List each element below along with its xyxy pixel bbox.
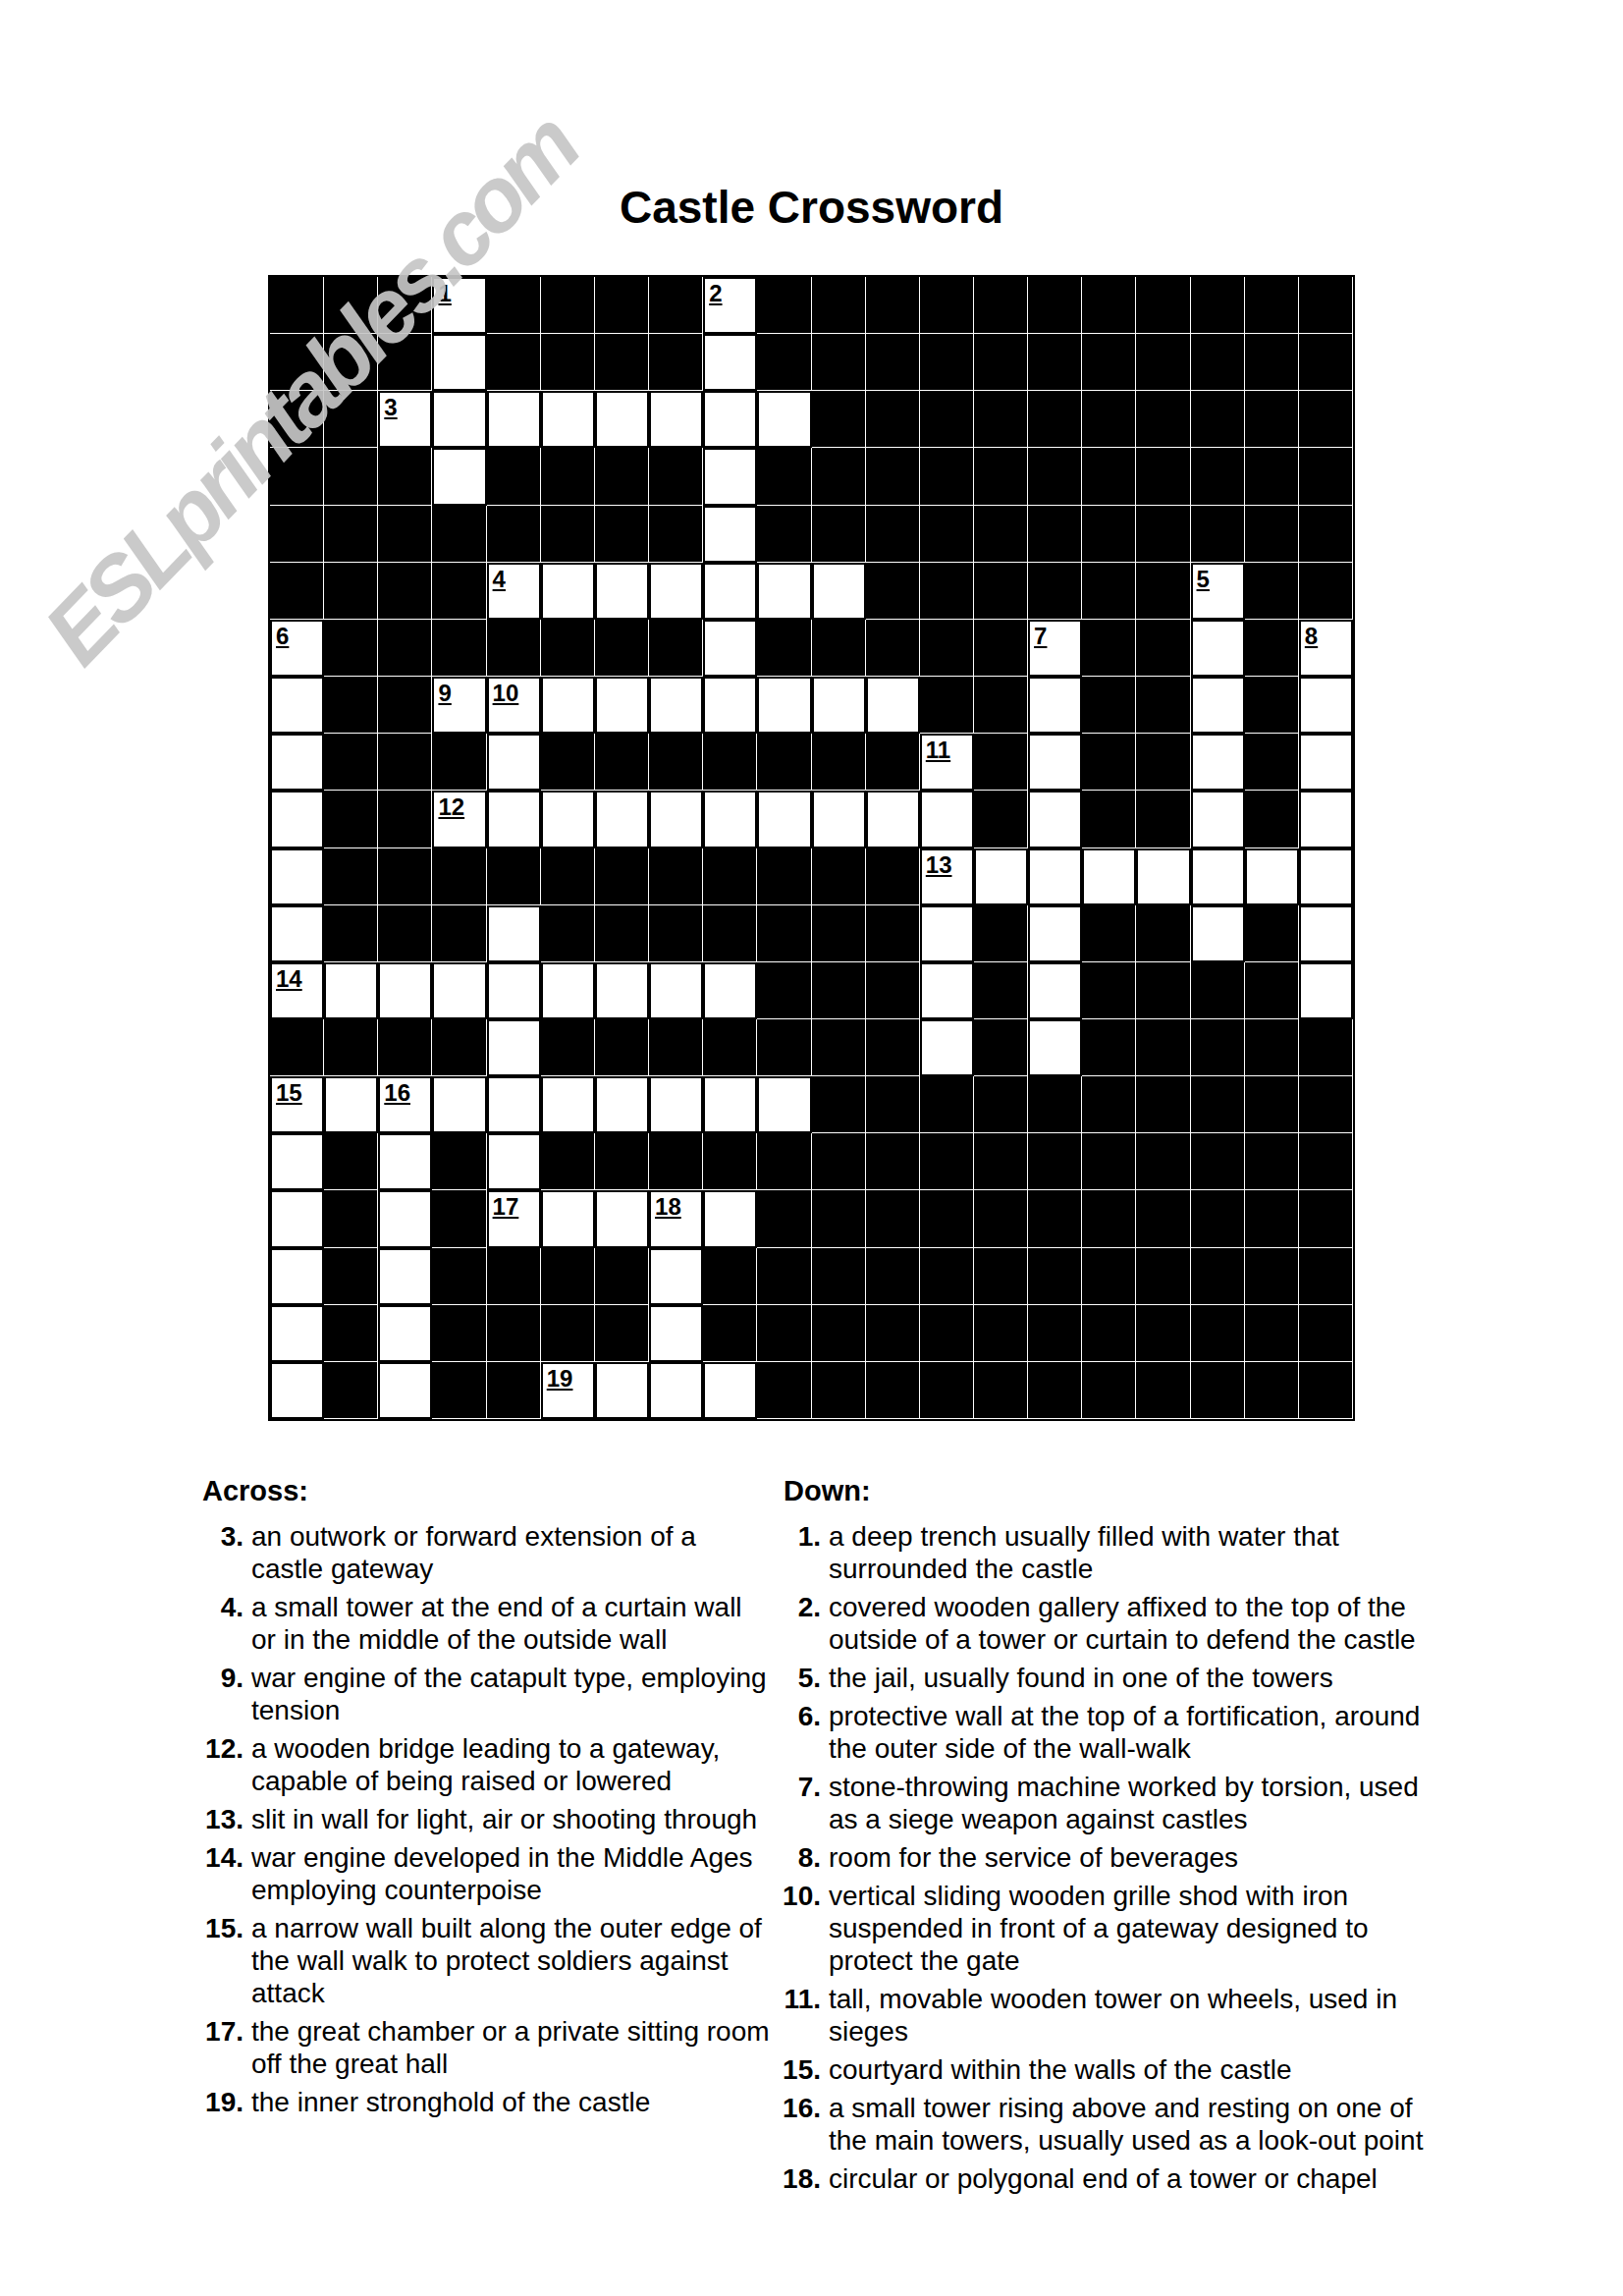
clue-number-9: 9 bbox=[438, 679, 451, 708]
cell-r20c11 bbox=[812, 1362, 866, 1419]
cell-r6c9[interactable] bbox=[703, 563, 757, 620]
cell-r12c8 bbox=[649, 905, 703, 962]
cell-r18c20 bbox=[1299, 1248, 1353, 1305]
cell-r10c16 bbox=[1082, 791, 1136, 847]
clue-across-19-number: 19. bbox=[196, 2086, 243, 2118]
cell-r12c13[interactable] bbox=[920, 905, 974, 962]
cell-r19c8[interactable] bbox=[649, 1305, 703, 1362]
cell-r18c1[interactable] bbox=[270, 1248, 324, 1305]
cell-r18c19 bbox=[1245, 1248, 1299, 1305]
cell-r15c1[interactable]: 15 bbox=[270, 1076, 324, 1133]
cell-r19c11 bbox=[812, 1305, 866, 1362]
cell-r8c5[interactable]: 10 bbox=[487, 677, 541, 734]
cell-r16c9 bbox=[703, 1133, 757, 1190]
cell-r7c16 bbox=[1082, 620, 1136, 677]
cell-r12c15[interactable] bbox=[1028, 905, 1082, 962]
cell-r14c20 bbox=[1299, 1019, 1353, 1076]
cell-r10c1[interactable] bbox=[270, 791, 324, 847]
clue-across-9: 9.war engine of the catapult type, emplo… bbox=[196, 1662, 774, 1726]
cell-r20c14 bbox=[974, 1362, 1028, 1419]
clue-across-12: 12.a wooden bridge leading to a gateway,… bbox=[196, 1732, 774, 1797]
cell-r11c19[interactable] bbox=[1245, 848, 1299, 905]
clue-down-16-text: a small tower rising above and resting o… bbox=[829, 2092, 1439, 2157]
cell-r14c15[interactable] bbox=[1028, 1019, 1082, 1076]
cell-r17c10 bbox=[757, 1190, 811, 1247]
clue-number-18: 18 bbox=[655, 1192, 681, 1222]
clue-number-14: 14 bbox=[276, 964, 302, 994]
cell-r5c9[interactable] bbox=[703, 506, 757, 563]
cell-r8c6[interactable] bbox=[541, 677, 595, 734]
cell-r15c4[interactable] bbox=[432, 1076, 486, 1133]
cell-r9c10 bbox=[757, 734, 811, 791]
cell-r3c12 bbox=[866, 391, 920, 448]
cell-r6c7[interactable] bbox=[595, 563, 649, 620]
cell-r9c9 bbox=[703, 734, 757, 791]
cell-r15c6[interactable] bbox=[541, 1076, 595, 1133]
cell-r16c12 bbox=[866, 1133, 920, 1190]
cell-r13c13[interactable] bbox=[920, 962, 974, 1019]
cell-r5c3 bbox=[378, 506, 432, 563]
cell-r7c3 bbox=[378, 620, 432, 677]
cell-r16c3[interactable] bbox=[378, 1133, 432, 1190]
cell-r1c10 bbox=[757, 277, 811, 334]
cell-r9c13[interactable]: 11 bbox=[920, 734, 974, 791]
cell-r5c6 bbox=[541, 506, 595, 563]
cell-r3c6[interactable] bbox=[541, 391, 595, 448]
clue-number-16: 16 bbox=[384, 1078, 410, 1108]
cell-r6c18[interactable]: 5 bbox=[1191, 563, 1245, 620]
cell-r9c17 bbox=[1136, 734, 1190, 791]
cell-r2c16 bbox=[1082, 334, 1136, 391]
cell-r11c12 bbox=[866, 848, 920, 905]
cell-r3c16 bbox=[1082, 391, 1136, 448]
cell-r16c17 bbox=[1136, 1133, 1190, 1190]
cell-r5c1 bbox=[270, 506, 324, 563]
cell-r18c15 bbox=[1028, 1248, 1082, 1305]
cell-r11c1[interactable] bbox=[270, 848, 324, 905]
cell-r19c5 bbox=[487, 1305, 541, 1362]
cell-r20c7[interactable] bbox=[595, 1362, 649, 1419]
cell-r4c10 bbox=[757, 448, 811, 505]
cell-r12c11 bbox=[812, 905, 866, 962]
cell-r14c2 bbox=[324, 1019, 378, 1076]
cell-r10c8[interactable] bbox=[649, 791, 703, 847]
clue-down-15-text: courtyard within the walls of the castle bbox=[829, 2053, 1439, 2086]
cell-r10c13[interactable] bbox=[920, 791, 974, 847]
cell-r11c20[interactable] bbox=[1299, 848, 1353, 905]
cell-r10c3 bbox=[378, 791, 432, 847]
cell-r1c7 bbox=[595, 277, 649, 334]
cell-r10c10[interactable] bbox=[757, 791, 811, 847]
clue-down-15-number: 15. bbox=[774, 2053, 821, 2086]
cell-r7c18[interactable] bbox=[1191, 620, 1245, 677]
cell-r13c14 bbox=[974, 962, 1028, 1019]
cell-r12c9 bbox=[703, 905, 757, 962]
cell-r8c18[interactable] bbox=[1191, 677, 1245, 734]
cell-r17c8[interactable]: 18 bbox=[649, 1190, 703, 1247]
clue-across-14: 14.war engine developed in the Middle Ag… bbox=[196, 1841, 774, 1906]
cell-r14c10 bbox=[757, 1019, 811, 1076]
cell-r10c12[interactable] bbox=[866, 791, 920, 847]
cell-r12c14 bbox=[974, 905, 1028, 962]
cell-r8c11[interactable] bbox=[812, 677, 866, 734]
cell-r16c16 bbox=[1082, 1133, 1136, 1190]
cell-r13c12 bbox=[866, 962, 920, 1019]
cell-r15c2[interactable] bbox=[324, 1076, 378, 1133]
cell-r8c15[interactable] bbox=[1028, 677, 1082, 734]
cell-r6c16 bbox=[1082, 563, 1136, 620]
cell-r18c14 bbox=[974, 1248, 1028, 1305]
cell-r14c1 bbox=[270, 1019, 324, 1076]
cell-r6c1 bbox=[270, 563, 324, 620]
clue-number-11: 11 bbox=[926, 736, 950, 765]
clue-number-3: 3 bbox=[384, 393, 397, 422]
cell-r8c8[interactable] bbox=[649, 677, 703, 734]
cell-r2c15 bbox=[1028, 334, 1082, 391]
cell-r13c6[interactable] bbox=[541, 962, 595, 1019]
cell-r17c20 bbox=[1299, 1190, 1353, 1247]
cell-r15c10[interactable] bbox=[757, 1076, 811, 1133]
cell-r9c8 bbox=[649, 734, 703, 791]
cell-r5c7 bbox=[595, 506, 649, 563]
clue-across-4: 4.a small tower at the end of a curtain … bbox=[196, 1591, 774, 1656]
clue-down-5: 5.the jail, usually found in one of the … bbox=[774, 1662, 1439, 1694]
cell-r9c3 bbox=[378, 734, 432, 791]
cell-r4c4[interactable] bbox=[432, 448, 486, 505]
clue-down-16: 16.a small tower rising above and restin… bbox=[774, 2092, 1439, 2157]
cell-r7c2 bbox=[324, 620, 378, 677]
cell-r4c15 bbox=[1028, 448, 1082, 505]
cell-r2c12 bbox=[866, 334, 920, 391]
cell-r4c18 bbox=[1191, 448, 1245, 505]
cell-r16c5[interactable] bbox=[487, 1133, 541, 1190]
across-clues-section: Across: 3.an outwork or forward extensio… bbox=[196, 1475, 774, 2124]
cell-r5c5 bbox=[487, 506, 541, 563]
cell-r18c5 bbox=[487, 1248, 541, 1305]
cell-r6c10[interactable] bbox=[757, 563, 811, 620]
cell-r5c8 bbox=[649, 506, 703, 563]
clue-down-7: 7.stone-throwing machine worked by torsi… bbox=[774, 1771, 1439, 1835]
cell-r11c3 bbox=[378, 848, 432, 905]
cell-r5c14 bbox=[974, 506, 1028, 563]
cell-r4c13 bbox=[920, 448, 974, 505]
cell-r4c3 bbox=[378, 448, 432, 505]
cell-r19c19 bbox=[1245, 1305, 1299, 1362]
clue-across-12-number: 12. bbox=[196, 1732, 243, 1797]
cell-r11c13[interactable]: 13 bbox=[920, 848, 974, 905]
cell-r20c20 bbox=[1299, 1362, 1353, 1419]
clue-across-14-text: war engine developed in the Middle Ages … bbox=[251, 1841, 774, 1906]
cell-r20c8[interactable] bbox=[649, 1362, 703, 1419]
cell-r6c8[interactable] bbox=[649, 563, 703, 620]
cell-r10c11[interactable] bbox=[812, 791, 866, 847]
cell-r9c20[interactable] bbox=[1299, 734, 1353, 791]
cell-r8c4[interactable]: 9 bbox=[432, 677, 486, 734]
cell-r17c17 bbox=[1136, 1190, 1190, 1247]
cell-r18c9 bbox=[703, 1248, 757, 1305]
clue-down-10-number: 10. bbox=[774, 1880, 821, 1977]
cell-r2c3 bbox=[378, 334, 432, 391]
cell-r19c4 bbox=[432, 1305, 486, 1362]
cell-r16c2 bbox=[324, 1133, 378, 1190]
cell-r7c15[interactable]: 7 bbox=[1028, 620, 1082, 677]
clue-across-17: 17.the great chamber or a private sittin… bbox=[196, 2015, 774, 2080]
clue-down-11-text: tall, movable wooden tower on wheels, us… bbox=[829, 1983, 1439, 2048]
cell-r3c10[interactable] bbox=[757, 391, 811, 448]
cell-r17c1[interactable] bbox=[270, 1190, 324, 1247]
cell-r9c7 bbox=[595, 734, 649, 791]
cell-r16c18 bbox=[1191, 1133, 1245, 1190]
cell-r13c7[interactable] bbox=[595, 962, 649, 1019]
clue-number-4: 4 bbox=[493, 565, 506, 594]
cell-r17c6[interactable] bbox=[541, 1190, 595, 1247]
cell-r15c9[interactable] bbox=[703, 1076, 757, 1133]
cell-r11c17[interactable] bbox=[1136, 848, 1190, 905]
cell-r19c15 bbox=[1028, 1305, 1082, 1362]
cell-r10c20[interactable] bbox=[1299, 791, 1353, 847]
cell-r19c1[interactable] bbox=[270, 1305, 324, 1362]
cell-r13c9[interactable] bbox=[703, 962, 757, 1019]
clue-down-11: 11.tall, movable wooden tower on wheels,… bbox=[774, 1983, 1439, 2048]
cell-r16c20 bbox=[1299, 1133, 1353, 1190]
cell-r17c19 bbox=[1245, 1190, 1299, 1247]
cell-r18c3[interactable] bbox=[378, 1248, 432, 1305]
cell-r20c15 bbox=[1028, 1362, 1082, 1419]
cell-r10c7[interactable] bbox=[595, 791, 649, 847]
cell-r12c20[interactable] bbox=[1299, 905, 1353, 962]
cell-r17c11 bbox=[812, 1190, 866, 1247]
cell-r7c7 bbox=[595, 620, 649, 677]
cell-r13c19 bbox=[1245, 962, 1299, 1019]
cell-r6c20 bbox=[1299, 563, 1353, 620]
cell-r14c12 bbox=[866, 1019, 920, 1076]
cell-r12c17 bbox=[1136, 905, 1190, 962]
cell-r10c9[interactable] bbox=[703, 791, 757, 847]
cell-r15c7[interactable] bbox=[595, 1076, 649, 1133]
cell-r19c7 bbox=[595, 1305, 649, 1362]
cell-r4c9[interactable] bbox=[703, 448, 757, 505]
cell-r17c5[interactable]: 17 bbox=[487, 1190, 541, 1247]
cell-r16c14 bbox=[974, 1133, 1028, 1190]
cell-r8c12[interactable] bbox=[866, 677, 920, 734]
cell-r17c9[interactable] bbox=[703, 1190, 757, 1247]
clue-down-10: 10.vertical sliding wooden grille shod w… bbox=[774, 1880, 1439, 1977]
cell-r13c3[interactable] bbox=[378, 962, 432, 1019]
cell-r14c16 bbox=[1082, 1019, 1136, 1076]
cell-r16c1[interactable] bbox=[270, 1133, 324, 1190]
cell-r2c10 bbox=[757, 334, 811, 391]
cell-r1c1 bbox=[270, 277, 324, 334]
cell-r16c6 bbox=[541, 1133, 595, 1190]
cell-r5c15 bbox=[1028, 506, 1082, 563]
cell-r12c6 bbox=[541, 905, 595, 962]
clue-across-17-text: the great chamber or a private sitting r… bbox=[251, 2015, 774, 2080]
cell-r4c7 bbox=[595, 448, 649, 505]
cell-r14c14 bbox=[974, 1019, 1028, 1076]
cell-r10c2 bbox=[324, 791, 378, 847]
cell-r20c18 bbox=[1191, 1362, 1245, 1419]
cell-r12c10 bbox=[757, 905, 811, 962]
cell-r8c17 bbox=[1136, 677, 1190, 734]
cell-r2c5 bbox=[487, 334, 541, 391]
cell-r3c2 bbox=[324, 391, 378, 448]
cell-r11c14[interactable] bbox=[974, 848, 1028, 905]
cell-r14c17 bbox=[1136, 1019, 1190, 1076]
cell-r7c1[interactable]: 6 bbox=[270, 620, 324, 677]
cell-r4c19 bbox=[1245, 448, 1299, 505]
cell-r7c9[interactable] bbox=[703, 620, 757, 677]
clue-down-1-text: a deep trench usually filled with water … bbox=[829, 1520, 1439, 1585]
clue-across-3-number: 3. bbox=[196, 1520, 243, 1585]
cell-r3c9[interactable] bbox=[703, 391, 757, 448]
cell-r10c5[interactable] bbox=[487, 791, 541, 847]
cell-r11c15[interactable] bbox=[1028, 848, 1082, 905]
cell-r8c1[interactable] bbox=[270, 677, 324, 734]
cell-r10c15[interactable] bbox=[1028, 791, 1082, 847]
page-title: Castle Crossword bbox=[268, 181, 1355, 234]
cell-r13c20[interactable] bbox=[1299, 962, 1353, 1019]
cell-r6c17 bbox=[1136, 563, 1190, 620]
cell-r17c14 bbox=[974, 1190, 1028, 1247]
cell-r13c8[interactable] bbox=[649, 962, 703, 1019]
cell-r11c18[interactable] bbox=[1191, 848, 1245, 905]
cell-r8c2 bbox=[324, 677, 378, 734]
cell-r2c7 bbox=[595, 334, 649, 391]
cell-r11c11 bbox=[812, 848, 866, 905]
cell-r8c7[interactable] bbox=[595, 677, 649, 734]
cell-r7c20[interactable]: 8 bbox=[1299, 620, 1353, 677]
cell-r6c5[interactable]: 4 bbox=[487, 563, 541, 620]
cell-r5c4 bbox=[432, 506, 486, 563]
cell-r4c8 bbox=[649, 448, 703, 505]
cell-r13c11 bbox=[812, 962, 866, 1019]
cell-r9c18[interactable] bbox=[1191, 734, 1245, 791]
cell-r20c9[interactable] bbox=[703, 1362, 757, 1419]
clue-across-13-number: 13. bbox=[196, 1803, 243, 1835]
cell-r9c5[interactable] bbox=[487, 734, 541, 791]
cell-r2c4[interactable] bbox=[432, 334, 486, 391]
cell-r13c17 bbox=[1136, 962, 1190, 1019]
cell-r7c6 bbox=[541, 620, 595, 677]
cell-r2c9[interactable] bbox=[703, 334, 757, 391]
cell-r14c11 bbox=[812, 1019, 866, 1076]
cell-r17c7[interactable] bbox=[595, 1190, 649, 1247]
cell-r18c16 bbox=[1082, 1248, 1136, 1305]
cell-r14c4 bbox=[432, 1019, 486, 1076]
cell-r13c15[interactable] bbox=[1028, 962, 1082, 1019]
cell-r9c1[interactable] bbox=[270, 734, 324, 791]
cell-r6c6[interactable] bbox=[541, 563, 595, 620]
cell-r3c3[interactable]: 3 bbox=[378, 391, 432, 448]
cell-r15c8[interactable] bbox=[649, 1076, 703, 1133]
cell-r13c4[interactable] bbox=[432, 962, 486, 1019]
cell-r20c1[interactable] bbox=[270, 1362, 324, 1419]
cell-r13c5[interactable] bbox=[487, 962, 541, 1019]
cell-r8c10[interactable] bbox=[757, 677, 811, 734]
cell-r17c3[interactable] bbox=[378, 1190, 432, 1247]
cell-r8c20[interactable] bbox=[1299, 677, 1353, 734]
cell-r6c12 bbox=[866, 563, 920, 620]
cell-r8c9[interactable] bbox=[703, 677, 757, 734]
cell-r9c2 bbox=[324, 734, 378, 791]
cell-r14c18 bbox=[1191, 1019, 1245, 1076]
clue-across-12-text: a wooden bridge leading to a gateway, ca… bbox=[251, 1732, 774, 1797]
cell-r15c20 bbox=[1299, 1076, 1353, 1133]
clue-down-18-text: circular or polygonal end of a tower or … bbox=[829, 2162, 1439, 2195]
cell-r10c6[interactable] bbox=[541, 791, 595, 847]
clue-number-2: 2 bbox=[709, 279, 722, 308]
clue-down-11-number: 11. bbox=[774, 1983, 821, 2048]
clue-across-4-text: a small tower at the end of a curtain wa… bbox=[251, 1591, 774, 1656]
cell-r6c4 bbox=[432, 563, 486, 620]
cell-r1c12 bbox=[866, 277, 920, 334]
cell-r16c11 bbox=[812, 1133, 866, 1190]
cell-r3c4[interactable] bbox=[432, 391, 486, 448]
cell-r7c12 bbox=[866, 620, 920, 677]
cell-r12c5[interactable] bbox=[487, 905, 541, 962]
cell-r6c19 bbox=[1245, 563, 1299, 620]
cell-r12c18[interactable] bbox=[1191, 905, 1245, 962]
cell-r19c20 bbox=[1299, 1305, 1353, 1362]
cell-r15c3[interactable]: 16 bbox=[378, 1076, 432, 1133]
cell-r6c11[interactable] bbox=[812, 563, 866, 620]
cell-r18c11 bbox=[812, 1248, 866, 1305]
clue-number-17: 17 bbox=[493, 1192, 519, 1222]
cell-r3c5[interactable] bbox=[487, 391, 541, 448]
cell-r14c5[interactable] bbox=[487, 1019, 541, 1076]
cell-r13c18 bbox=[1191, 962, 1245, 1019]
cell-r9c19 bbox=[1245, 734, 1299, 791]
cell-r19c2 bbox=[324, 1305, 378, 1362]
cell-r2c6 bbox=[541, 334, 595, 391]
cell-r9c15[interactable] bbox=[1028, 734, 1082, 791]
cell-r9c4 bbox=[432, 734, 486, 791]
cell-r13c2[interactable] bbox=[324, 962, 378, 1019]
cell-r11c16[interactable] bbox=[1082, 848, 1136, 905]
cell-r19c3[interactable] bbox=[378, 1305, 432, 1362]
clue-across-3-text: an outwork or forward extension of a cas… bbox=[251, 1520, 774, 1585]
cell-r3c19 bbox=[1245, 391, 1299, 448]
cell-r17c16 bbox=[1082, 1190, 1136, 1247]
cell-r15c5[interactable] bbox=[487, 1076, 541, 1133]
cell-r3c8[interactable] bbox=[649, 391, 703, 448]
cell-r12c1[interactable] bbox=[270, 905, 324, 962]
clue-down-6-number: 6. bbox=[774, 1700, 821, 1765]
cell-r1c9[interactable]: 2 bbox=[703, 277, 757, 334]
cell-r5c20 bbox=[1299, 506, 1353, 563]
cell-r1c8 bbox=[649, 277, 703, 334]
cell-r1c4[interactable]: 1 bbox=[432, 277, 486, 334]
cell-r4c11 bbox=[812, 448, 866, 505]
cell-r3c20 bbox=[1299, 391, 1353, 448]
cell-r10c18[interactable] bbox=[1191, 791, 1245, 847]
cell-r10c4[interactable]: 12 bbox=[432, 791, 486, 847]
cell-r12c2 bbox=[324, 905, 378, 962]
clue-down-1: 1.a deep trench usually filled with wate… bbox=[774, 1520, 1439, 1585]
cell-r20c6[interactable]: 19 bbox=[541, 1362, 595, 1419]
cell-r3c7[interactable] bbox=[595, 391, 649, 448]
cell-r1c13 bbox=[920, 277, 974, 334]
cell-r15c19 bbox=[1245, 1076, 1299, 1133]
cell-r13c1[interactable]: 14 bbox=[270, 962, 324, 1019]
clue-across-17-number: 17. bbox=[196, 2015, 243, 2080]
clue-down-2-text: covered wooden gallery affixed to the to… bbox=[829, 1591, 1439, 1656]
cell-r18c8[interactable] bbox=[649, 1248, 703, 1305]
cell-r6c2 bbox=[324, 563, 378, 620]
cell-r2c2 bbox=[324, 334, 378, 391]
cell-r20c3[interactable] bbox=[378, 1362, 432, 1419]
cell-r14c13[interactable] bbox=[920, 1019, 974, 1076]
